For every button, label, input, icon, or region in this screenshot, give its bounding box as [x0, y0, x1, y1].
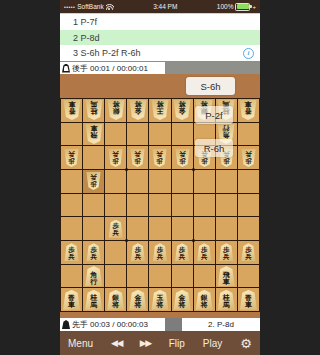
square-8a[interactable]: 桂 馬: [83, 99, 104, 122]
play-button[interactable]: Play: [203, 338, 222, 349]
square-1i[interactable]: 香 車: [238, 288, 259, 311]
settings-gear-icon[interactable]: ⚙: [240, 336, 252, 351]
piece-5g[interactable]: 歩 兵: [152, 243, 167, 261]
piece-7f[interactable]: 歩 兵: [108, 220, 123, 238]
square-5f[interactable]: [149, 217, 170, 240]
square-4i[interactable]: 金 将: [172, 288, 193, 311]
piece-1i[interactable]: 香 車: [239, 290, 257, 310]
hoshi-dot: [125, 239, 128, 242]
square-6f[interactable]: [127, 217, 148, 240]
square-2d[interactable]: [216, 170, 237, 193]
square-9a[interactable]: 香 車: [61, 99, 82, 122]
square-8c[interactable]: [83, 146, 104, 169]
piece-7a[interactable]: 銀 将: [107, 100, 125, 120]
piece-1a[interactable]: 香 車: [239, 100, 257, 120]
piece-5a[interactable]: 王 将: [151, 100, 169, 120]
square-2h[interactable]: 飛 車: [216, 265, 237, 288]
menu-button[interactable]: Menu: [68, 338, 93, 349]
square-5d[interactable]: [149, 170, 170, 193]
square-1d[interactable]: [238, 170, 259, 193]
square-2f[interactable]: [216, 217, 237, 240]
piece-8g[interactable]: 歩 兵: [86, 243, 101, 261]
info-icon[interactable]: i: [243, 48, 254, 59]
sente-piece-icon: [62, 320, 70, 329]
move-row-1[interactable]: 1 P-7f: [60, 14, 260, 30]
square-2i[interactable]: 桂 馬: [216, 288, 237, 311]
square-4h[interactable]: [172, 265, 193, 288]
square-3d[interactable]: [194, 170, 215, 193]
signal-strength-icon: •••••: [64, 4, 75, 10]
carrier-label: SoftBank: [77, 3, 103, 10]
move-row-3[interactable]: 3 S-6h P-2f R-6h i: [60, 45, 260, 62]
bottom-toolbar: Menu ◀◀ ▶▶ Flip Play ⚙: [60, 331, 260, 355]
square-1a[interactable]: 香 車: [238, 99, 259, 122]
piece-3g[interactable]: 歩 兵: [197, 243, 212, 261]
square-7a[interactable]: 銀 将: [105, 99, 126, 122]
square-4c[interactable]: 歩 兵: [172, 146, 193, 169]
piece-3i[interactable]: 銀 将: [195, 290, 213, 310]
piece-8d[interactable]: 歩 兵: [86, 172, 101, 190]
square-1g[interactable]: 歩 兵: [238, 241, 259, 264]
battery-percent: 100%: [217, 3, 234, 10]
square-7h[interactable]: [105, 265, 126, 288]
piece-6c[interactable]: 歩 兵: [130, 149, 145, 167]
square-9g[interactable]: 歩 兵: [61, 241, 82, 264]
piece-4i[interactable]: 金 将: [173, 290, 191, 310]
piece-9i[interactable]: 香 車: [63, 290, 81, 310]
hoshi-dot: [192, 168, 195, 171]
square-1b[interactable]: [238, 123, 259, 146]
square-8f[interactable]: [83, 217, 104, 240]
square-1h[interactable]: [238, 265, 259, 288]
square-6g[interactable]: 歩 兵: [127, 241, 148, 264]
hoshi-dot: [192, 239, 195, 242]
piece-7c[interactable]: 歩 兵: [108, 149, 123, 167]
square-3g[interactable]: 歩 兵: [194, 241, 215, 264]
square-3f[interactable]: [194, 217, 215, 240]
piece-5i[interactable]: 玉 将: [151, 290, 169, 310]
piece-4a[interactable]: 金 将: [173, 100, 191, 120]
status-bar: ••••• SoftBank 3:44 PM 100% +: [60, 0, 260, 13]
square-4a[interactable]: 金 将: [172, 99, 193, 122]
square-1c[interactable]: 歩 兵: [238, 146, 259, 169]
square-6d[interactable]: [127, 170, 148, 193]
move-button-S-6h[interactable]: S-6h: [186, 77, 235, 95]
square-8d[interactable]: 歩 兵: [83, 170, 104, 193]
square-7e[interactable]: [105, 194, 126, 217]
square-5a[interactable]: 王 将: [149, 99, 170, 122]
square-5i[interactable]: 玉 将: [149, 288, 170, 311]
piece-9c[interactable]: 歩 兵: [64, 149, 79, 167]
move-row-3-label: 3 S-6h P-2f R-6h: [73, 48, 141, 58]
gote-label: 後手: [72, 63, 88, 74]
piece-6g[interactable]: 歩 兵: [130, 243, 145, 261]
square-2e[interactable]: [216, 194, 237, 217]
square-6h[interactable]: [127, 265, 148, 288]
square-1f[interactable]: [238, 217, 259, 240]
hoshi-dot: [125, 168, 128, 171]
square-4g[interactable]: 歩 兵: [172, 241, 193, 264]
piece-4g[interactable]: 歩 兵: [175, 243, 190, 261]
square-2g[interactable]: 歩 兵: [216, 241, 237, 264]
square-1e[interactable]: [238, 194, 259, 217]
square-6c[interactable]: 歩 兵: [127, 146, 148, 169]
piece-8a[interactable]: 桂 馬: [85, 100, 103, 120]
square-7g[interactable]: [105, 241, 126, 264]
square-5e[interactable]: [149, 194, 170, 217]
square-9c[interactable]: 歩 兵: [61, 146, 82, 169]
square-3h[interactable]: [194, 265, 215, 288]
clock-time: 3:44 PM: [153, 3, 177, 10]
square-8i[interactable]: 桂 馬: [83, 288, 104, 311]
current-move-label: 2. P-8d: [208, 320, 234, 329]
fast-forward-icon[interactable]: ▶▶: [140, 338, 151, 348]
wifi-icon: [106, 4, 114, 10]
square-5b[interactable]: [149, 123, 170, 146]
square-3e[interactable]: [194, 194, 215, 217]
move-row-1-label: 1 P-7f: [73, 17, 97, 27]
piece-5c[interactable]: 歩 兵: [152, 149, 167, 167]
piece-2h[interactable]: 飛 車: [217, 266, 235, 286]
move-button-R-6h[interactable]: R-6h: [195, 139, 233, 157]
move-button-P-2f[interactable]: P-2f: [195, 106, 233, 124]
square-6i[interactable]: 金 将: [127, 288, 148, 311]
piece-9g[interactable]: 歩 兵: [64, 243, 79, 261]
piece-8i[interactable]: 桂 馬: [85, 290, 103, 310]
gote-time: 00:01 / 00:00:01: [90, 64, 148, 73]
square-4e[interactable]: [172, 194, 193, 217]
piece-8h[interactable]: 角 行: [85, 266, 103, 286]
square-7c[interactable]: 歩 兵: [105, 146, 126, 169]
square-7b[interactable]: [105, 123, 126, 146]
square-4f[interactable]: [172, 217, 193, 240]
square-9b[interactable]: [61, 123, 82, 146]
piece-2i[interactable]: 桂 馬: [217, 290, 235, 310]
square-9i[interactable]: 香 車: [61, 288, 82, 311]
square-5g[interactable]: 歩 兵: [149, 241, 170, 264]
square-9f[interactable]: [61, 217, 82, 240]
square-6e[interactable]: [127, 194, 148, 217]
shogi-app: ••••• SoftBank 3:44 PM 100% + 1 P-7f 2 P…: [60, 0, 260, 355]
sente-label: 先手: [72, 319, 88, 330]
square-7d[interactable]: [105, 170, 126, 193]
piece-8b[interactable]: 飛 車: [85, 124, 103, 144]
square-8h[interactable]: 角 行: [83, 265, 104, 288]
square-8b[interactable]: 飛 車: [83, 123, 104, 146]
square-9h[interactable]: [61, 265, 82, 288]
move-list: 1 P-7f 2 P-8d 3 S-6h P-2f R-6h i: [60, 13, 260, 62]
square-4b[interactable]: [172, 123, 193, 146]
piece-1g[interactable]: 歩 兵: [241, 243, 256, 261]
flip-button[interactable]: Flip: [169, 338, 185, 349]
sente-time: 00:03 / 00:00:03: [90, 320, 148, 329]
piece-1c[interactable]: 歩 兵: [241, 149, 256, 167]
square-8g[interactable]: 歩 兵: [83, 241, 104, 264]
piece-9a[interactable]: 香 車: [63, 100, 81, 120]
shogi-board[interactable]: 香 車桂 馬銀 将金 将王 将金 将銀 将桂 馬香 車飛 車角 行歩 兵歩 兵歩…: [60, 98, 260, 312]
piece-6a[interactable]: 金 将: [129, 100, 147, 120]
square-7i[interactable]: 銀 将: [105, 288, 126, 311]
square-4d[interactable]: [172, 170, 193, 193]
square-6a[interactable]: 金 将: [127, 99, 148, 122]
square-9d[interactable]: [61, 170, 82, 193]
battery-icon: [235, 3, 250, 11]
sente-clock-bar: 先手 00:03 / 00:00:03 2. P-8d: [60, 318, 260, 331]
square-6b[interactable]: [127, 123, 148, 146]
piece-2g[interactable]: 歩 兵: [219, 243, 234, 261]
charging-icon: +: [252, 4, 256, 10]
gote-clock-bar: 後手 00:01 / 00:00:01: [60, 62, 260, 74]
board-region: 香 車桂 馬銀 将金 将王 将金 将銀 将桂 馬香 車飛 車角 行歩 兵歩 兵歩…: [60, 74, 260, 318]
piece-7i[interactable]: 銀 将: [107, 290, 125, 310]
rewind-icon[interactable]: ◀◀: [111, 338, 122, 348]
square-3i[interactable]: 銀 将: [194, 288, 215, 311]
move-row-2-label: 2 P-8d: [73, 33, 100, 43]
gote-piece-icon: [62, 64, 70, 73]
square-5c[interactable]: 歩 兵: [149, 146, 170, 169]
move-row-2-selected[interactable]: 2 P-8d: [60, 30, 260, 46]
piece-6i[interactable]: 金 将: [129, 290, 147, 310]
square-5h[interactable]: [149, 265, 170, 288]
square-8e[interactable]: [83, 194, 104, 217]
square-9e[interactable]: [61, 194, 82, 217]
piece-4c[interactable]: 歩 兵: [175, 149, 190, 167]
square-7f[interactable]: 歩 兵: [105, 217, 126, 240]
